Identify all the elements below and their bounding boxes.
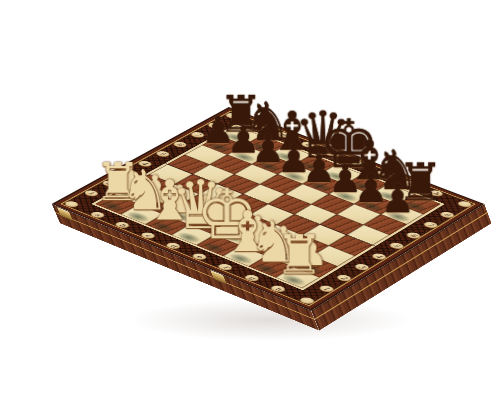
chess-board: ♜♞♝♛♚♝♞♜♟♟♟♟♟♟♟♟♟♟♟♟♟♟♟♟♜♞♝♛♚♝♞♜ aabbccd… — [52, 107, 485, 311]
photo-scene: ♜♞♝♛♚♝♞♜♟♟♟♟♟♟♟♟♟♟♟♟♟♟♟♟♜♞♝♛♚♝♞♜ aabbccd… — [0, 0, 500, 400]
board-frame: ♜♞♝♛♚♝♞♜♟♟♟♟♟♟♟♟♟♟♟♟♟♟♟♟♜♞♝♛♚♝♞♜ aabbccd… — [52, 107, 485, 311]
piece-black-pawn: ♟ — [380, 180, 411, 218]
piece-white-rook: ♜ — [275, 228, 307, 282]
